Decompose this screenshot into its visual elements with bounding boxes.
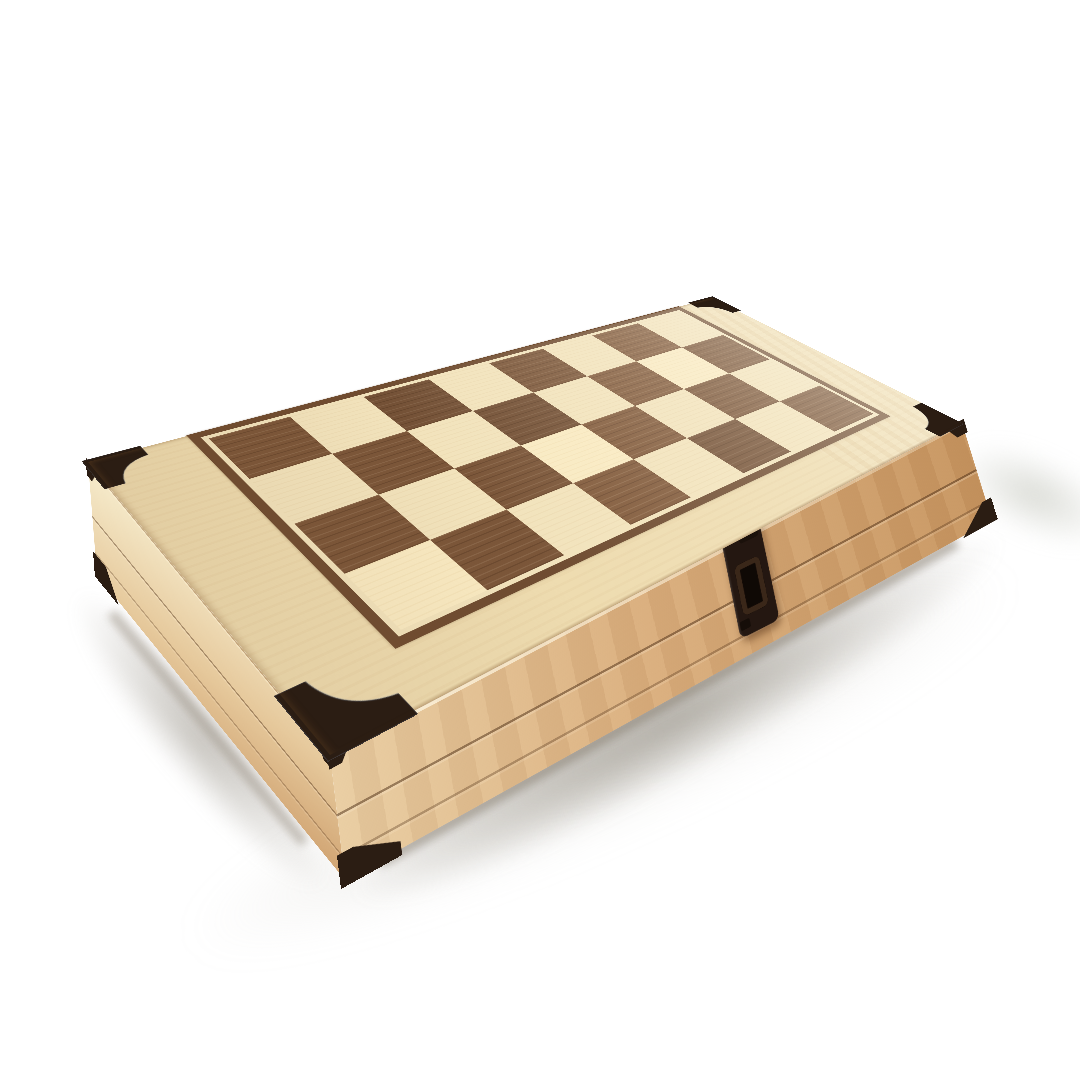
corner-guard	[957, 497, 998, 538]
corner-guard	[337, 822, 402, 889]
clasp-hinge-pin	[740, 618, 752, 632]
clasp-loop	[734, 555, 769, 617]
photo-canvas	[0, 0, 1080, 1080]
